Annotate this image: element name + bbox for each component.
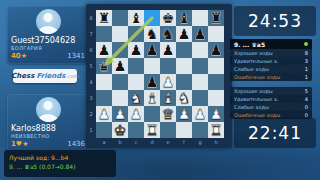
piece-wN-c3[interactable]: ♞ [128,90,144,106]
analysis-row-value: 1 [305,66,308,72]
square-e1[interactable] [160,122,176,138]
rank-label-5: 5 [86,58,96,74]
analysis-row-label: Слабые ходы [234,104,269,110]
chess-game-screen: Guest37504628 БОЛГАРИЯ 40★ 1341 Chess Fr… [0,0,320,180]
square-g4[interactable] [192,74,208,90]
played-move-eval-text: 9. ... ♛a5 (0.07→0.84) [9,162,111,171]
piece-wP-h2[interactable]: ♟ [208,106,224,122]
analysis-row-value: 5 [305,88,308,94]
piece-bB-f8[interactable]: ♝ [176,10,192,26]
analysis-row-value: 8 [305,50,308,56]
square-c8[interactable]: ♝ [128,10,144,26]
square-a7[interactable] [96,26,112,42]
avatar-silhouette [44,13,53,22]
analysis-row: Слабые ходы0 [230,103,312,111]
square-h5[interactable] [208,58,224,74]
piece-bP-d4[interactable]: ♟ [144,74,160,90]
clock-top: 24:53 [234,6,316,36]
analysis-row-value: 4 [305,96,308,102]
player-name-bottom: Karlos8888 [7,122,89,133]
board-frame: 87654321 abcdefgh ♜♝♚♝♜♞♞♟♟♟♟♟♟♟♛♟♟♟♞♝♝♞… [86,4,232,148]
piece-bP-d6[interactable]: ♟ [144,42,160,58]
square-a1[interactable] [96,122,112,138]
square-f8[interactable]: ♝ [176,10,192,26]
piece-wB-d3[interactable]: ♝ [144,90,160,106]
analysis-row-value: 1 [305,74,308,80]
piece-bP-c6[interactable]: ♟ [128,42,144,58]
analysis-panel-top: 9. ... ♛a5 Хорошие ходы8Удивительные х.3… [230,39,312,81]
rank-label-3: 3 [86,90,96,106]
square-g6[interactable] [192,42,208,58]
rank-labels: 87654321 [86,10,96,138]
square-d7[interactable]: ♞ [144,26,160,42]
player-card-bottom: Karlos8888 НЕИЗВЕСТНО 1♥★ 1436 [7,94,89,152]
file-label-h: h [208,138,224,148]
square-b2[interactable]: ♟ [112,106,128,122]
square-a4[interactable] [96,74,112,90]
file-label-g: g [192,138,208,148]
piece-bP-b5[interactable]: ♟ [112,58,128,74]
square-b6[interactable] [112,42,128,58]
avatar-silhouette [39,114,58,122]
file-label-e: e [160,138,176,148]
piece-wR-h1[interactable]: ♜ [208,122,224,138]
square-h1[interactable]: ♜ [208,122,224,138]
square-f1[interactable] [176,122,192,138]
analysis-row-label: Слабые ходы [234,66,269,72]
analysis-row: Слабые ходы1 [230,65,312,73]
piece-wP-e4[interactable]: ♟ [160,74,176,90]
analysis-header-move: 9. ... ♛a5 [234,41,265,48]
piece-wQ-e2[interactable]: ♛ [160,106,176,122]
file-label-d: d [144,138,160,148]
piece-bR-a8[interactable]: ♜ [96,10,112,26]
square-c5[interactable] [128,58,144,74]
player-name-top: Guest37504628 [7,34,89,45]
square-h8[interactable]: ♜ [208,10,224,26]
piece-bQ-a5[interactable]: ♛ [96,58,112,74]
square-h4[interactable] [208,74,224,90]
file-label-a: a [96,138,112,148]
square-d3[interactable]: ♝ [144,90,160,106]
square-b5[interactable]: ♟ [112,58,128,74]
square-h3[interactable] [208,90,224,106]
square-b4[interactable] [112,74,128,90]
square-h7[interactable] [208,26,224,42]
square-f6[interactable] [176,42,192,58]
file-labels: abcdefgh [96,138,224,148]
square-g2[interactable]: ♟ [192,106,208,122]
square-f4[interactable] [176,74,192,90]
piece-wP-b2[interactable]: ♟ [112,106,128,122]
analysis-row-label: Хорошие ходы [234,50,273,56]
square-c1[interactable] [128,122,144,138]
square-c3[interactable]: ♞ [128,90,144,106]
square-a6[interactable]: ♟ [96,42,112,58]
piece-bN-e7[interactable]: ♞ [160,26,176,42]
square-g3[interactable] [192,90,208,106]
square-e7[interactable]: ♞ [160,26,176,42]
square-h2[interactable]: ♟ [208,106,224,122]
rank-label-6: 6 [86,42,96,58]
square-e3[interactable]: ♝ [160,90,176,106]
player-badges-top: 40★ [11,52,27,60]
square-b7[interactable] [112,26,128,42]
square-c4[interactable] [128,74,144,90]
logo-text-friends: Friends [36,72,65,80]
clock-bottom: 22:41 [234,118,316,148]
square-c6[interactable]: ♟ [128,42,144,58]
player-badges-bottom: 1♥★ [11,140,28,148]
piece-bN-d7[interactable]: ♞ [144,26,160,42]
file-label-b: b [112,138,128,148]
square-b1[interactable]: ♚ [112,122,128,138]
analysis-row-label: Ошибочные ходы [234,74,280,80]
chess-board[interactable]: ♜♝♚♝♜♞♞♟♟♟♟♟♟♟♛♟♟♟♞♝♝♞♟♟♟♛♟♟♟♚♜♜ [96,10,224,138]
piece-bP-f7[interactable]: ♟ [176,26,192,42]
file-label-c: c [128,138,144,148]
piece-bP-e6[interactable]: ♟ [160,42,176,58]
rank-label-2: 2 [86,106,96,122]
rank-label-7: 7 [86,26,96,42]
square-a2[interactable]: ♟ [96,106,112,122]
square-h6[interactable]: ♟ [208,42,224,58]
player-rating-top: 1341 [67,52,85,60]
engine-status-panel: Лучший ход: 9...b4 9. ... ♛a5 (0.07→0.84… [4,150,116,177]
square-f2[interactable]: ♟ [176,106,192,122]
piece-wB-e3[interactable]: ♝ [160,90,176,106]
rank-label-8: 8 [86,10,96,26]
square-e6[interactable]: ♟ [160,42,176,58]
square-a3[interactable] [96,90,112,106]
square-d1[interactable]: ♜ [144,122,160,138]
square-d4[interactable]: ♟ [144,74,160,90]
piece-wP-a2[interactable]: ♟ [96,106,112,122]
analysis-row: Ошибочные ходы1 [230,73,312,81]
piece-bR-h8[interactable]: ♜ [208,10,224,26]
player-card-top: Guest37504628 БОЛГАРИЯ 40★ 1341 [7,6,89,64]
analysis-row: Удивительные х.4 [230,95,312,103]
file-label-f: f [176,138,192,148]
square-e4[interactable]: ♟ [160,74,176,90]
piece-wK-b1[interactable]: ♚ [112,122,128,138]
square-e8[interactable]: ♚ [160,10,176,26]
piece-bK-e8[interactable]: ♚ [160,10,176,26]
piece-wP-f2[interactable]: ♟ [176,106,192,122]
avatar-silhouette [44,101,53,110]
analysis-panel-bottom: Хорошие ходы5Удивительные х.4Слабые ходы… [230,87,312,119]
piece-wN-f3[interactable]: ♞ [176,90,192,106]
avatar [36,9,61,34]
square-c7[interactable] [128,26,144,42]
square-f7[interactable]: ♟ [176,26,192,42]
logo-text-com: .com [67,73,79,79]
piece-bP-g7[interactable]: ♟ [192,26,208,42]
piece-wP-c2[interactable]: ♟ [128,106,144,122]
avatar-silhouette [39,26,58,34]
avatar [36,97,61,122]
analysis-row-value: 0 [305,104,308,110]
square-g5[interactable] [192,58,208,74]
square-b8[interactable] [112,10,128,26]
analysis-row-label: Удивительные х. [234,58,279,64]
square-f5[interactable] [176,58,192,74]
piece-bB-c8[interactable]: ♝ [128,10,144,26]
square-g7[interactable]: ♟ [192,26,208,42]
square-d8[interactable] [144,10,160,26]
square-e2[interactable]: ♛ [160,106,176,122]
rank-label-4: 4 [86,74,96,90]
square-c2[interactable]: ♟ [128,106,144,122]
move-quality-dot-icon [304,42,308,46]
analysis-row: Хорошие ходы8 [230,49,312,57]
logo-text-chess: Chess [11,72,34,80]
analysis-row-label: Хорошие ходы [234,88,273,94]
square-e5[interactable] [160,58,176,74]
piece-bP-h6[interactable]: ♟ [208,42,224,58]
square-d5[interactable] [144,58,160,74]
player-rating-bottom: 1436 [67,140,85,148]
piece-bP-a6[interactable]: ♟ [96,42,112,58]
square-g8[interactable] [192,10,208,26]
square-a8[interactable]: ♜ [96,10,112,26]
analysis-row: Хорошие ходы5 [230,87,312,95]
square-f3[interactable]: ♞ [176,90,192,106]
square-d2[interactable] [144,106,160,122]
best-move-text: Лучший ход: 9...b4 [9,153,111,162]
chessfriends-logo: Chess Friends .com [13,69,77,83]
square-d6[interactable]: ♟ [144,42,160,58]
analysis-row: Удивительные х.3 [230,57,312,65]
square-b3[interactable] [112,90,128,106]
square-g1[interactable] [192,122,208,138]
piece-wP-g2[interactable]: ♟ [192,106,208,122]
analysis-row-value: 3 [305,58,308,64]
rank-label-1: 1 [86,122,96,138]
analysis-row-label: Удивительные х. [234,96,279,102]
square-a5[interactable]: ♛ [96,58,112,74]
piece-wR-d1[interactable]: ♜ [144,122,160,138]
